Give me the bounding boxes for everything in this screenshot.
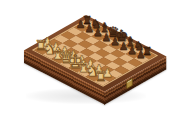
chess-set-photo: ♜♞♝♛♚♝♞♜♟♟♟♟♟♟♟♟♟♟♟♟♟♟♟♟♜♞♝♛♚♝♞♜ (0, 0, 180, 120)
black-pawn-icon: ♟ (136, 50, 145, 61)
brass-latch-icon (126, 78, 132, 89)
white-rook-icon: ♜ (95, 70, 107, 83)
